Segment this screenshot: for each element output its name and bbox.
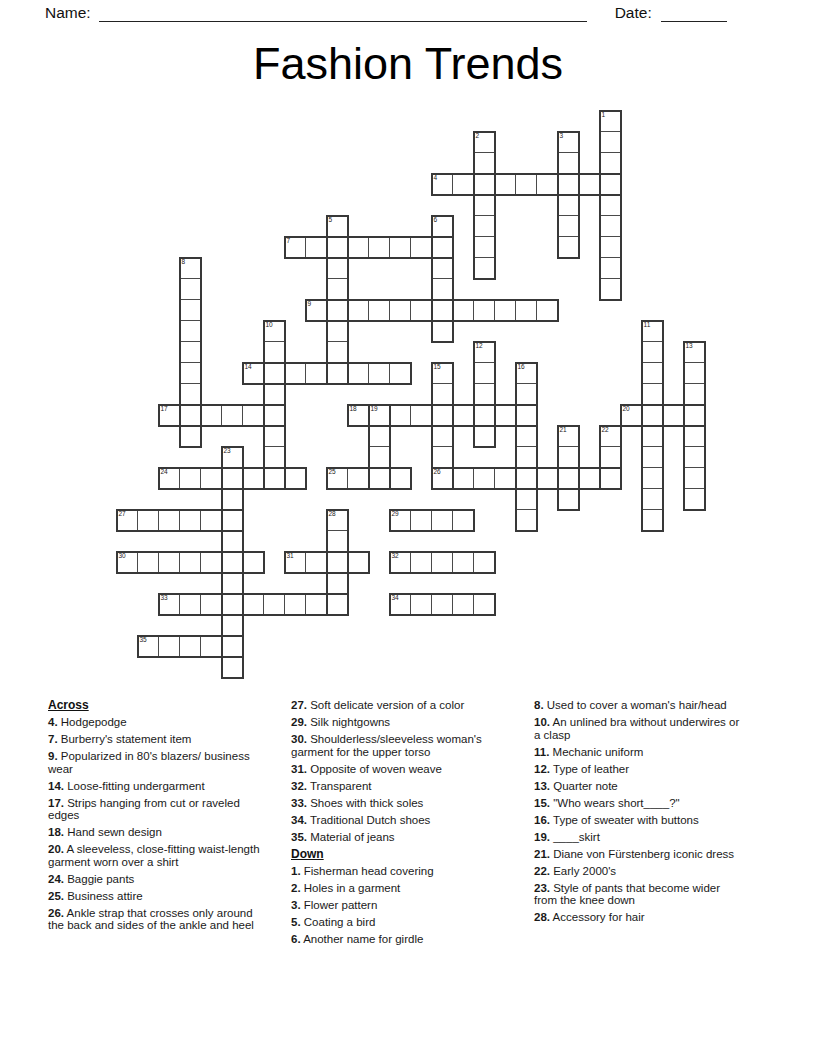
grid-cell-r17c6[interactable] xyxy=(242,467,264,489)
grid-cell-r21c8[interactable]: 31 xyxy=(284,551,306,573)
grid-cell-r9c11[interactable] xyxy=(347,299,369,321)
grid-cell-r5c23[interactable] xyxy=(599,215,621,237)
grid-cell-r22c10[interactable] xyxy=(326,572,348,594)
grid-cell-r17c11[interactable] xyxy=(347,467,369,489)
clue-column-1: Across4. Hodgepodge7. Burberry's stateme… xyxy=(48,699,260,950)
grid-cell-r14c7[interactable] xyxy=(263,404,285,426)
clue-down-5: 5. Coating a bird xyxy=(291,916,503,929)
clue-number-27: 27 xyxy=(119,510,126,518)
clue-across-35: 35. Material of jeans xyxy=(291,831,503,844)
grid-cell-r12c13[interactable] xyxy=(389,362,411,384)
clue-number-16: 16 xyxy=(518,363,525,371)
grid-cell-r7c17[interactable] xyxy=(473,257,495,279)
grid-cell-r9c14[interactable] xyxy=(410,299,432,321)
grid-cell-r21c3[interactable] xyxy=(179,551,201,573)
clue-number-19: 19 xyxy=(371,405,378,413)
grid-cell-r13c7[interactable] xyxy=(263,383,285,405)
grid-cell-r12c10[interactable] xyxy=(326,362,348,384)
grid-cell-r9c13[interactable] xyxy=(389,299,411,321)
grid-cell-r16c15[interactable] xyxy=(431,446,453,468)
clue-down-2: 2. Holes in a garment xyxy=(291,882,503,895)
grid-cell-r9c16[interactable] xyxy=(452,299,474,321)
clue-number-12: 12 xyxy=(476,342,483,350)
grid-cell-r21c9[interactable] xyxy=(305,551,327,573)
grid-cell-r3c21[interactable] xyxy=(557,173,579,195)
clue-across-34: 34. Traditional Dutch shoes xyxy=(291,814,503,827)
grid-cell-r24c5[interactable] xyxy=(221,614,243,636)
grid-cell-r4c21[interactable] xyxy=(557,194,579,216)
clue-across-20: 20. A sleeveless, close-fitting waist-le… xyxy=(48,843,260,868)
grid-cell-r25c5[interactable] xyxy=(221,635,243,657)
name-input-line[interactable] xyxy=(99,4,587,22)
clue-number-22: 22 xyxy=(602,426,609,434)
clue-number-20: 20 xyxy=(623,405,630,413)
grid-cell-r17c2[interactable]: 24 xyxy=(158,467,180,489)
grid-cell-r17c18[interactable] xyxy=(494,467,516,489)
clue-column-2: 27. Soft delicate version of a color29. … xyxy=(291,699,503,950)
grid-cell-r2c17[interactable] xyxy=(473,152,495,174)
grid-cell-r17c23[interactable] xyxy=(599,467,621,489)
grid-cell-r17c7[interactable] xyxy=(263,467,285,489)
grid-cell-r0c23[interactable]: 1 xyxy=(599,110,621,132)
clue-number-24: 24 xyxy=(161,468,168,476)
clue-across-7: 7. Burberry's statement item xyxy=(48,733,260,746)
grid-cell-r10c15[interactable] xyxy=(431,320,453,342)
crossword-grid: 1234567891011121314151617181920212223242… xyxy=(116,110,705,678)
grid-cell-r19c5[interactable] xyxy=(221,509,243,531)
grid-cell-r6c8[interactable]: 7 xyxy=(284,236,306,258)
grid-cell-r9c10[interactable] xyxy=(326,299,348,321)
grid-cell-r6c11[interactable] xyxy=(347,236,369,258)
grid-cell-r1c23[interactable] xyxy=(599,131,621,153)
grid-cell-r12c3[interactable] xyxy=(179,362,201,384)
grid-cell-r21c0[interactable]: 30 xyxy=(116,551,138,573)
clue-across-14: 14. Loose-fitting undergarment xyxy=(48,780,260,793)
grid-cell-r7c10[interactable] xyxy=(326,257,348,279)
clue-down-19: 19. ____skirt xyxy=(534,831,746,844)
clue-down-23: 23. Style of pants that become wider fro… xyxy=(534,882,746,907)
grid-cell-r15c27[interactable] xyxy=(683,425,705,447)
clue-number-21: 21 xyxy=(560,426,567,434)
grid-cell-r18c27[interactable] xyxy=(683,488,705,510)
grid-cell-r14c15[interactable] xyxy=(431,404,453,426)
clue-number-4: 4 xyxy=(434,174,438,182)
grid-cell-r2c21[interactable] xyxy=(557,152,579,174)
clue-across-9: 9. Popularized in 80's blazers/ business… xyxy=(48,750,260,775)
grid-cell-r12c11[interactable] xyxy=(347,362,369,384)
grid-cell-r14c26[interactable] xyxy=(662,404,684,426)
grid-cell-r9c18[interactable] xyxy=(494,299,516,321)
grid-cell-r16c5[interactable]: 23 xyxy=(221,446,243,468)
grid-cell-r14c6[interactable] xyxy=(242,404,264,426)
clue-number-32: 32 xyxy=(392,552,399,560)
grid-cell-r14c14[interactable] xyxy=(410,404,432,426)
grid-cell-r23c8[interactable] xyxy=(284,593,306,615)
clue-across-30: 30. Shoulderless/sleeveless woman's garm… xyxy=(291,733,503,758)
grid-cell-r16c7[interactable] xyxy=(263,446,285,468)
clue-number-34: 34 xyxy=(392,594,399,602)
clue-number-26: 26 xyxy=(434,468,441,476)
clue-number-15: 15 xyxy=(434,363,441,371)
grid-cell-r3c22[interactable] xyxy=(578,173,600,195)
date-label: Date: xyxy=(615,3,652,22)
grid-cell-r11c25[interactable] xyxy=(641,341,663,363)
grid-cell-r17c25[interactable] xyxy=(641,467,663,489)
grid-cell-r3c17[interactable] xyxy=(473,173,495,195)
clue-number-29: 29 xyxy=(392,510,399,518)
page-title: Fashion Trends xyxy=(0,38,816,90)
grid-cell-r19c19[interactable] xyxy=(515,509,537,531)
grid-cell-r23c5[interactable] xyxy=(221,593,243,615)
grid-cell-r17c19[interactable] xyxy=(515,467,537,489)
grid-cell-r3c20[interactable] xyxy=(536,173,558,195)
grid-cell-r9c20[interactable] xyxy=(536,299,558,321)
grid-cell-r19c3[interactable] xyxy=(179,509,201,531)
clue-down-22: 22. Early 2000's xyxy=(534,865,746,878)
grid-cell-r19c25[interactable] xyxy=(641,509,663,531)
clue-number-2: 2 xyxy=(476,132,480,140)
name-label: Name: xyxy=(45,3,91,22)
grid-cell-r19c14[interactable] xyxy=(410,509,432,531)
grid-cell-r4c23[interactable] xyxy=(599,194,621,216)
grid-cell-r19c0[interactable]: 27 xyxy=(116,509,138,531)
across-header: Across xyxy=(48,699,260,712)
grid-cell-r5c17[interactable] xyxy=(473,215,495,237)
clue-number-9: 9 xyxy=(308,300,312,308)
clue-across-31: 31. Opposite of woven weave xyxy=(291,763,503,776)
grid-cell-r23c7[interactable] xyxy=(263,593,285,615)
grid-cell-r17c4[interactable] xyxy=(200,467,222,489)
grid-cell-r9c17[interactable] xyxy=(473,299,495,321)
grid-cell-r13c27[interactable] xyxy=(683,383,705,405)
clue-across-32: 32. Transparent xyxy=(291,780,503,793)
grid-cell-r1c17[interactable]: 2 xyxy=(473,131,495,153)
clue-number-13: 13 xyxy=(686,342,693,350)
grid-cell-r21c13[interactable]: 32 xyxy=(389,551,411,573)
grid-cell-r26c5[interactable] xyxy=(221,656,243,678)
grid-cell-r23c17[interactable] xyxy=(473,593,495,615)
grid-cell-r14c5[interactable] xyxy=(221,404,243,426)
grid-cell-r16c25[interactable] xyxy=(641,446,663,468)
grid-cell-r12c19[interactable]: 16 xyxy=(515,362,537,384)
grid-cell-r17c13[interactable] xyxy=(389,467,411,489)
grid-cell-r12c15[interactable]: 15 xyxy=(431,362,453,384)
grid-cell-r23c13[interactable]: 34 xyxy=(389,593,411,615)
grid-cell-r13c25[interactable] xyxy=(641,383,663,405)
grid-cell-r5c10[interactable]: 5 xyxy=(326,215,348,237)
grid-cell-r17c8[interactable] xyxy=(284,467,306,489)
grid-cell-r17c20[interactable] xyxy=(536,467,558,489)
grid-cell-r6c15[interactable] xyxy=(431,236,453,258)
grid-cell-r8c3[interactable] xyxy=(179,278,201,300)
grid-cell-r13c19[interactable] xyxy=(515,383,537,405)
grid-cell-r25c3[interactable] xyxy=(179,635,201,657)
grid-cell-r21c16[interactable] xyxy=(452,551,474,573)
grid-cell-r15c12[interactable] xyxy=(368,425,390,447)
grid-cell-r3c18[interactable] xyxy=(494,173,516,195)
grid-cell-r21c4[interactable] xyxy=(200,551,222,573)
grid-cell-r13c15[interactable] xyxy=(431,383,453,405)
grid-cell-r21c11[interactable] xyxy=(347,551,369,573)
grid-cell-r7c3[interactable]: 8 xyxy=(179,257,201,279)
grid-cell-r21c10[interactable] xyxy=(326,551,348,573)
grid-cell-r17c10[interactable]: 25 xyxy=(326,467,348,489)
grid-cell-r14c12[interactable]: 19 xyxy=(368,404,390,426)
grid-cell-r10c10[interactable] xyxy=(326,320,348,342)
grid-cell-r15c15[interactable] xyxy=(431,425,453,447)
grid-cell-r2c23[interactable] xyxy=(599,152,621,174)
clue-down-13: 13. Quarter note xyxy=(534,780,746,793)
grid-cell-r11c10[interactable] xyxy=(326,341,348,363)
grid-cell-r6c9[interactable] xyxy=(305,236,327,258)
clue-down-1: 1. Fisherman head covering xyxy=(291,865,503,878)
grid-cell-r16c12[interactable] xyxy=(368,446,390,468)
grid-cell-r16c27[interactable] xyxy=(683,446,705,468)
clue-down-21: 21. Diane von Fürstenberg iconic dress xyxy=(534,848,746,861)
grid-cell-r14c11[interactable]: 18 xyxy=(347,404,369,426)
grid-cell-r6c12[interactable] xyxy=(368,236,390,258)
grid-cell-r16c19[interactable] xyxy=(515,446,537,468)
grid-cell-r18c25[interactable] xyxy=(641,488,663,510)
grid-cell-r16c21[interactable] xyxy=(557,446,579,468)
grid-cell-r19c4[interactable] xyxy=(200,509,222,531)
grid-cell-r9c3[interactable] xyxy=(179,299,201,321)
grid-cell-r11c27[interactable]: 13 xyxy=(683,341,705,363)
clue-number-14: 14 xyxy=(245,363,252,371)
grid-cell-r17c12[interactable] xyxy=(368,467,390,489)
grid-cell-r13c3[interactable] xyxy=(179,383,201,405)
grid-cell-r3c16[interactable] xyxy=(452,173,474,195)
grid-cell-r15c25[interactable] xyxy=(641,425,663,447)
clue-number-25: 25 xyxy=(329,468,336,476)
grid-cell-r15c3[interactable] xyxy=(179,425,201,447)
grid-cell-r6c17[interactable] xyxy=(473,236,495,258)
grid-cell-r12c25[interactable] xyxy=(641,362,663,384)
grid-cell-r16c23[interactable] xyxy=(599,446,621,468)
grid-cell-r12c7[interactable] xyxy=(263,362,285,384)
clue-down-11: 11. Mechanic uniform xyxy=(534,746,746,759)
grid-cell-r5c15[interactable]: 6 xyxy=(431,215,453,237)
grid-cell-r19c1[interactable] xyxy=(137,509,159,531)
clue-across-27: 27. Soft delicate version of a color xyxy=(291,699,503,712)
grid-cell-r8c15[interactable] xyxy=(431,278,453,300)
clue-across-25: 25. Business attire xyxy=(48,890,260,903)
grid-cell-r17c16[interactable] xyxy=(452,467,474,489)
down-header: Down xyxy=(291,848,503,861)
grid-cell-r14c16[interactable] xyxy=(452,404,474,426)
grid-cell-r4c17[interactable] xyxy=(473,194,495,216)
clue-number-10: 10 xyxy=(266,321,273,329)
clue-down-12: 12. Type of leather xyxy=(534,763,746,776)
grid-cell-r9c12[interactable] xyxy=(368,299,390,321)
grid-cell-r17c5[interactable] xyxy=(221,467,243,489)
grid-cell-r17c21[interactable] xyxy=(557,467,579,489)
grid-cell-r14c25[interactable] xyxy=(641,404,663,426)
grid-cell-r15c21[interactable]: 21 xyxy=(557,425,579,447)
grid-cell-r9c19[interactable] xyxy=(515,299,537,321)
clue-down-16: 16. Type of sweater with buttons xyxy=(534,814,746,827)
grid-cell-r12c9[interactable] xyxy=(305,362,327,384)
grid-cell-r15c7[interactable] xyxy=(263,425,285,447)
clue-section: Across4. Hodgepodge7. Burberry's stateme… xyxy=(48,699,746,950)
grid-cell-r10c25[interactable]: 11 xyxy=(641,320,663,342)
grid-cell-r15c23[interactable]: 22 xyxy=(599,425,621,447)
grid-cell-r5c21[interactable] xyxy=(557,215,579,237)
grid-cell-r3c23[interactable] xyxy=(599,173,621,195)
clue-number-17: 17 xyxy=(161,405,168,413)
grid-cell-r14c27[interactable] xyxy=(683,404,705,426)
grid-cell-r17c3[interactable] xyxy=(179,467,201,489)
grid-cell-r23c3[interactable] xyxy=(179,593,201,615)
clue-number-1: 1 xyxy=(602,111,606,119)
grid-cell-r23c9[interactable] xyxy=(305,593,327,615)
grid-cell-r19c13[interactable]: 29 xyxy=(389,509,411,531)
clue-number-23: 23 xyxy=(224,447,231,455)
grid-cell-r19c16[interactable] xyxy=(452,509,474,531)
grid-cell-r23c16[interactable] xyxy=(452,593,474,615)
grid-cell-r14c24[interactable]: 20 xyxy=(620,404,642,426)
clue-across-26: 26. Ankle strap that crosses only around… xyxy=(48,907,260,932)
grid-cell-r8c10[interactable] xyxy=(326,278,348,300)
grid-cell-r23c6[interactable] xyxy=(242,593,264,615)
clue-down-3: 3. Flower pattern xyxy=(291,899,503,912)
grid-cell-r18c19[interactable] xyxy=(515,488,537,510)
grid-cell-r7c23[interactable] xyxy=(599,257,621,279)
clue-number-28: 28 xyxy=(329,510,336,518)
grid-cell-r23c14[interactable] xyxy=(410,593,432,615)
clue-number-5: 5 xyxy=(329,216,333,224)
clue-number-7: 7 xyxy=(287,237,291,245)
grid-cell-r3c15[interactable]: 4 xyxy=(431,173,453,195)
grid-cell-r15c19[interactable] xyxy=(515,425,537,447)
clue-number-6: 6 xyxy=(434,216,438,224)
grid-cell-r12c17[interactable] xyxy=(473,362,495,384)
grid-cell-r22c5[interactable] xyxy=(221,572,243,594)
grid-cell-r6c13[interactable] xyxy=(389,236,411,258)
clue-down-6: 6. Another name for girdle xyxy=(291,933,503,946)
grid-cell-r8c23[interactable] xyxy=(599,278,621,300)
grid-cell-r25c2[interactable] xyxy=(158,635,180,657)
clue-number-11: 11 xyxy=(644,321,651,329)
clue-number-35: 35 xyxy=(140,636,147,644)
clue-down-15: 15. "Who wears short____?" xyxy=(534,797,746,810)
clue-across-17: 17. Strips hanging from cut or raveled e… xyxy=(48,797,260,822)
clue-across-4: 4. Hodgepodge xyxy=(48,716,260,729)
clue-across-24: 24. Baggie pants xyxy=(48,873,260,886)
grid-cell-r21c17[interactable] xyxy=(473,551,495,573)
grid-cell-r20c10[interactable] xyxy=(326,530,348,552)
grid-cell-r19c2[interactable] xyxy=(158,509,180,531)
clue-across-18: 18. Hand sewn design xyxy=(48,826,260,839)
clue-down-8: 8. Used to cover a woman's hair/head xyxy=(534,699,746,712)
worksheet-page: Name: Date: Fashion Trends 1234567891011… xyxy=(0,0,816,1056)
grid-cell-r17c22[interactable] xyxy=(578,467,600,489)
grid-cell-r14c17[interactable] xyxy=(473,404,495,426)
grid-cell-r23c4[interactable] xyxy=(200,593,222,615)
grid-cell-r21c1[interactable] xyxy=(137,551,159,573)
grid-cell-r21c14[interactable] xyxy=(410,551,432,573)
clue-across-33: 33. Shoes with thick soles xyxy=(291,797,503,810)
clue-number-30: 30 xyxy=(119,552,126,560)
grid-cell-r19c15[interactable] xyxy=(431,509,453,531)
grid-cell-r6c23[interactable] xyxy=(599,236,621,258)
grid-cell-r11c7[interactable] xyxy=(263,341,285,363)
grid-cell-r12c27[interactable] xyxy=(683,362,705,384)
grid-cell-r18c21[interactable] xyxy=(557,488,579,510)
clue-number-3: 3 xyxy=(560,132,564,140)
grid-cell-r6c10[interactable] xyxy=(326,236,348,258)
clue-down-10: 10. An unlined bra without underwires or… xyxy=(534,716,746,741)
clue-across-29: 29. Silk nightgowns xyxy=(291,716,503,729)
grid-cell-r17c15[interactable]: 26 xyxy=(431,467,453,489)
grid-cell-r10c7[interactable]: 10 xyxy=(263,320,285,342)
grid-cell-r14c4[interactable] xyxy=(200,404,222,426)
clue-column-3: 8. Used to cover a woman's hair/head10. … xyxy=(534,699,746,950)
name-date-bar: Name: Date: xyxy=(45,3,740,22)
grid-cell-r23c2[interactable]: 33 xyxy=(158,593,180,615)
grid-cell-r6c21[interactable] xyxy=(557,236,579,258)
grid-cell-r11c3[interactable] xyxy=(179,341,201,363)
grid-cell-r12c12[interactable] xyxy=(368,362,390,384)
grid-cell-r18c5[interactable] xyxy=(221,488,243,510)
grid-cell-r21c2[interactable] xyxy=(158,551,180,573)
grid-cell-r14c19[interactable] xyxy=(515,404,537,426)
clue-number-18: 18 xyxy=(350,405,357,413)
grid-cell-r17c17[interactable] xyxy=(473,467,495,489)
grid-cell-r14c18[interactable] xyxy=(494,404,516,426)
grid-cell-r10c3[interactable] xyxy=(179,320,201,342)
grid-cell-r14c3[interactable] xyxy=(179,404,201,426)
grid-cell-r25c1[interactable]: 35 xyxy=(137,635,159,657)
grid-cell-r23c15[interactable] xyxy=(431,593,453,615)
grid-cell-r17c27[interactable] xyxy=(683,467,705,489)
clue-number-33: 33 xyxy=(161,594,168,602)
clue-down-28: 28. Accessory for hair xyxy=(534,911,746,924)
grid-cell-r20c5[interactable] xyxy=(221,530,243,552)
grid-cell-r9c15[interactable] xyxy=(431,299,453,321)
grid-cell-r12c8[interactable] xyxy=(284,362,306,384)
grid-cell-r21c15[interactable] xyxy=(431,551,453,573)
grid-cell-r23c10[interactable] xyxy=(326,593,348,615)
grid-cell-r14c2[interactable]: 17 xyxy=(158,404,180,426)
grid-cell-r6c14[interactable] xyxy=(410,236,432,258)
grid-cell-r21c5[interactable] xyxy=(221,551,243,573)
grid-cell-r13c17[interactable] xyxy=(473,383,495,405)
grid-cell-r14c13[interactable] xyxy=(389,404,411,426)
grid-cell-r11c17[interactable]: 12 xyxy=(473,341,495,363)
grid-cell-r21c6[interactable] xyxy=(242,551,264,573)
date-input-line[interactable] xyxy=(661,4,727,22)
grid-cell-r12c6[interactable]: 14 xyxy=(242,362,264,384)
grid-cell-r9c9[interactable]: 9 xyxy=(305,299,327,321)
grid-cell-r19c10[interactable]: 28 xyxy=(326,509,348,531)
grid-cell-r25c4[interactable] xyxy=(200,635,222,657)
clue-number-31: 31 xyxy=(287,552,294,560)
grid-cell-r1c21[interactable]: 3 xyxy=(557,131,579,153)
grid-cell-r15c17[interactable] xyxy=(473,425,495,447)
grid-cell-r3c19[interactable] xyxy=(515,173,537,195)
clue-number-8: 8 xyxy=(182,258,186,266)
grid-cell-r7c15[interactable] xyxy=(431,257,453,279)
